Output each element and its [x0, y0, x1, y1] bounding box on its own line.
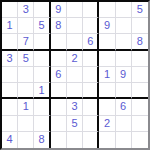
- cell-r6c3-given: 1: [34, 83, 50, 99]
- cell-r7c6-empty[interactable]: [83, 99, 99, 115]
- cell-r1c7-empty[interactable]: [99, 2, 115, 18]
- cell-r3c9-given: 8: [132, 34, 148, 50]
- sudoku-board: 395158976835261911365248: [0, 0, 150, 150]
- cell-r2c8-empty[interactable]: [116, 18, 132, 34]
- cell-r4c7-empty[interactable]: [99, 51, 115, 67]
- cell-r4c8-empty[interactable]: [116, 51, 132, 67]
- cell-r9c3-given: 8: [34, 132, 50, 148]
- cell-r9c9-empty[interactable]: [132, 132, 148, 148]
- cell-r5c1-empty[interactable]: [2, 67, 18, 83]
- cell-r6c7-empty[interactable]: [99, 83, 115, 99]
- cell-r7c2-given: 1: [18, 99, 34, 115]
- cell-r2c9-empty[interactable]: [132, 18, 148, 34]
- cell-r4c4-empty[interactable]: [51, 51, 67, 67]
- cell-r1c9-given: 5: [132, 2, 148, 18]
- cell-r9c4-empty[interactable]: [51, 132, 67, 148]
- cell-r3c4-empty[interactable]: [51, 34, 67, 50]
- cell-r1c6-empty[interactable]: [83, 2, 99, 18]
- cell-r9c1-given: 4: [2, 132, 18, 148]
- cell-r7c3-empty[interactable]: [34, 99, 50, 115]
- cell-r2c6-empty[interactable]: [83, 18, 99, 34]
- cell-r5c7-given: 1: [99, 67, 115, 83]
- cell-r6c8-empty[interactable]: [116, 83, 132, 99]
- cell-r2c2-empty[interactable]: [18, 18, 34, 34]
- cell-r2c3-given: 5: [34, 18, 50, 34]
- cell-r6c4-empty[interactable]: [51, 83, 67, 99]
- cell-r1c5-empty[interactable]: [67, 2, 83, 18]
- cell-r6c5-empty[interactable]: [67, 83, 83, 99]
- cell-r8c4-empty[interactable]: [51, 116, 67, 132]
- cell-r8c7-given: 2: [99, 116, 115, 132]
- cell-r2c1-given: 1: [2, 18, 18, 34]
- cell-r9c6-empty[interactable]: [83, 132, 99, 148]
- cell-r1c1-empty[interactable]: [2, 2, 18, 18]
- cell-r6c1-empty[interactable]: [2, 83, 18, 99]
- cell-r4c1-given: 3: [2, 51, 18, 67]
- cell-r4c6-empty[interactable]: [83, 51, 99, 67]
- cell-r3c1-empty[interactable]: [2, 34, 18, 50]
- cell-r7c1-empty[interactable]: [2, 99, 18, 115]
- cell-r6c6-empty[interactable]: [83, 83, 99, 99]
- cell-r2c5-empty[interactable]: [67, 18, 83, 34]
- cell-r4c5-given: 2: [67, 51, 83, 67]
- cell-r7c5-given: 3: [67, 99, 83, 115]
- cell-r9c8-empty[interactable]: [116, 132, 132, 148]
- cell-r3c5-empty[interactable]: [67, 34, 83, 50]
- cell-r3c3-empty[interactable]: [34, 34, 50, 50]
- cell-r5c9-empty[interactable]: [132, 67, 148, 83]
- cell-r5c2-empty[interactable]: [18, 67, 34, 83]
- cell-r7c8-given: 6: [116, 99, 132, 115]
- cell-r3c2-given: 7: [18, 34, 34, 50]
- cell-r1c8-empty[interactable]: [116, 2, 132, 18]
- cell-r8c3-empty[interactable]: [34, 116, 50, 132]
- cell-r9c2-empty[interactable]: [18, 132, 34, 148]
- cell-r1c3-empty[interactable]: [34, 2, 50, 18]
- cell-r5c3-empty[interactable]: [34, 67, 50, 83]
- cell-r2c4-given: 8: [51, 18, 67, 34]
- cell-r8c6-empty[interactable]: [83, 116, 99, 132]
- cell-r3c6-given: 6: [83, 34, 99, 50]
- cell-r6c2-empty[interactable]: [18, 83, 34, 99]
- cell-r7c4-empty[interactable]: [51, 99, 67, 115]
- cell-r4c9-empty[interactable]: [132, 51, 148, 67]
- cell-r6c9-empty[interactable]: [132, 83, 148, 99]
- cell-r5c5-empty[interactable]: [67, 67, 83, 83]
- cell-r5c4-given: 6: [51, 67, 67, 83]
- cell-r4c3-empty[interactable]: [34, 51, 50, 67]
- cell-r1c2-given: 3: [18, 2, 34, 18]
- cell-r5c6-empty[interactable]: [83, 67, 99, 83]
- cell-r8c1-empty[interactable]: [2, 116, 18, 132]
- cell-r5c8-given: 9: [116, 67, 132, 83]
- cell-r9c7-empty[interactable]: [99, 132, 115, 148]
- cell-r2c7-given: 9: [99, 18, 115, 34]
- cell-r3c8-empty[interactable]: [116, 34, 132, 50]
- cell-r8c5-given: 5: [67, 116, 83, 132]
- cell-r8c2-empty[interactable]: [18, 116, 34, 132]
- cell-r9c5-empty[interactable]: [67, 132, 83, 148]
- cell-r4c2-given: 5: [18, 51, 34, 67]
- cell-r8c8-empty[interactable]: [116, 116, 132, 132]
- cell-r8c9-empty[interactable]: [132, 116, 148, 132]
- cell-r7c7-empty[interactable]: [99, 99, 115, 115]
- cell-r1c4-given: 9: [51, 2, 67, 18]
- cell-r3c7-empty[interactable]: [99, 34, 115, 50]
- cell-r7c9-empty[interactable]: [132, 99, 148, 115]
